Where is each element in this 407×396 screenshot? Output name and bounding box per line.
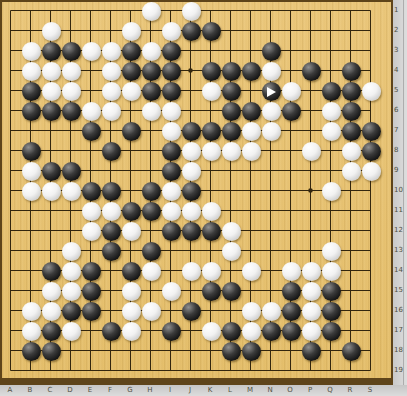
black-stone: [142, 82, 161, 101]
column-label: Q: [325, 386, 335, 395]
row-label: 6: [394, 106, 398, 115]
go-client-window: 12345678910111213141516171819 ABCDEFGHIJ…: [0, 0, 407, 396]
black-stone: [82, 282, 101, 301]
row-label: 7: [394, 126, 398, 135]
black-stone: [342, 122, 361, 141]
black-stone: [202, 122, 221, 141]
black-stone: [362, 122, 381, 141]
black-stone: [202, 62, 221, 81]
black-stone: [22, 102, 41, 121]
black-stone: [102, 222, 121, 241]
black-stone: [222, 322, 241, 341]
column-label: G: [125, 386, 135, 395]
white-stone: [62, 62, 81, 81]
row-label: 14: [394, 266, 403, 275]
white-stone: [262, 302, 281, 321]
row-label: 10: [394, 186, 403, 195]
black-stone: [122, 122, 141, 141]
black-stone: [322, 302, 341, 321]
row-label: 5: [394, 86, 398, 95]
white-stone: [322, 242, 341, 261]
black-stone: [82, 182, 101, 201]
black-stone: [42, 342, 61, 361]
column-label: I: [165, 386, 175, 395]
black-stone: [162, 142, 181, 161]
white-stone: [102, 82, 121, 101]
black-stone: [222, 122, 241, 141]
black-stone: [22, 82, 41, 101]
white-stone: [62, 282, 81, 301]
white-stone: [302, 262, 321, 281]
white-stone: [122, 22, 141, 41]
right-coordinate-margin: [393, 0, 407, 396]
white-stone: [162, 282, 181, 301]
black-stone: [342, 82, 361, 101]
row-label: 16: [394, 306, 403, 315]
row-label: 9: [394, 166, 398, 175]
black-stone: [222, 82, 241, 101]
black-stone: [62, 102, 81, 121]
white-stone: [102, 202, 121, 221]
white-stone: [242, 262, 261, 281]
black-stone: [282, 322, 301, 341]
column-label: J: [185, 386, 195, 395]
row-label: 15: [394, 286, 403, 295]
white-stone: [262, 102, 281, 121]
black-stone: [62, 42, 81, 61]
column-label: N: [265, 386, 275, 395]
black-stone: [102, 242, 121, 261]
black-stone: [322, 322, 341, 341]
black-stone: [282, 282, 301, 301]
row-label: 11: [394, 206, 403, 215]
black-stone: [162, 322, 181, 341]
white-stone: [122, 302, 141, 321]
white-stone: [182, 162, 201, 181]
white-stone: [82, 202, 101, 221]
column-label: P: [305, 386, 315, 395]
black-stone: [42, 42, 61, 61]
black-stone: [22, 342, 41, 361]
white-stone: [302, 302, 321, 321]
white-stone: [82, 222, 101, 241]
white-stone: [162, 202, 181, 221]
white-stone: [42, 82, 61, 101]
column-label: K: [205, 386, 215, 395]
black-stone: [222, 62, 241, 81]
white-stone: [42, 22, 61, 41]
black-stone: [162, 62, 181, 81]
black-stone: [322, 282, 341, 301]
white-stone: [102, 42, 121, 61]
column-label: H: [145, 386, 155, 395]
white-stone: [122, 82, 141, 101]
white-stone: [202, 82, 221, 101]
white-stone: [122, 282, 141, 301]
column-label: S: [365, 386, 375, 395]
white-stone: [322, 122, 341, 141]
black-stone: [162, 42, 181, 61]
white-stone: [302, 142, 321, 161]
row-label: 2: [394, 26, 398, 35]
white-stone: [182, 142, 201, 161]
row-label: 13: [394, 246, 403, 255]
black-stone: [242, 342, 261, 361]
white-stone: [82, 102, 101, 121]
black-stone: [62, 162, 81, 181]
white-stone: [362, 82, 381, 101]
black-stone: [122, 62, 141, 81]
white-stone: [42, 282, 61, 301]
white-stone: [202, 142, 221, 161]
black-stone: [262, 322, 281, 341]
white-stone: [22, 182, 41, 201]
row-label: 18: [394, 346, 403, 355]
black-stone: [302, 342, 321, 361]
white-stone: [362, 162, 381, 181]
white-stone: [282, 262, 301, 281]
black-stone: [22, 142, 41, 161]
white-stone: [202, 202, 221, 221]
white-stone: [62, 182, 81, 201]
black-stone: [82, 302, 101, 321]
white-stone: [242, 302, 261, 321]
black-stone: [162, 222, 181, 241]
black-stone: [222, 282, 241, 301]
black-stone: [42, 162, 61, 181]
white-stone: [282, 82, 301, 101]
black-stone: [142, 182, 161, 201]
black-stone: [342, 342, 361, 361]
white-stone: [142, 42, 161, 61]
white-stone: [62, 262, 81, 281]
black-stone: [182, 222, 201, 241]
black-stone: [102, 182, 121, 201]
black-stone: [222, 342, 241, 361]
white-stone: [302, 322, 321, 341]
white-stone: [262, 122, 281, 141]
white-stone: [322, 102, 341, 121]
white-stone: [322, 262, 341, 281]
black-stone: [202, 22, 221, 41]
white-stone: [222, 142, 241, 161]
white-stone: [142, 302, 161, 321]
white-stone: [122, 222, 141, 241]
white-stone: [142, 2, 161, 21]
white-stone: [342, 162, 361, 181]
window-edge: [403, 0, 404, 396]
black-stone: [182, 122, 201, 141]
black-stone: [342, 62, 361, 81]
column-label: A: [5, 386, 15, 395]
black-stone: [182, 22, 201, 41]
white-stone: [222, 242, 241, 261]
white-stone: [162, 122, 181, 141]
white-stone: [242, 142, 261, 161]
black-stone: [42, 102, 61, 121]
column-label: B: [25, 386, 35, 395]
white-stone: [22, 42, 41, 61]
white-stone: [42, 302, 61, 321]
black-stone: [142, 202, 161, 221]
white-stone: [182, 262, 201, 281]
black-stone: [122, 202, 141, 221]
black-stone: [242, 102, 261, 121]
white-stone: [202, 322, 221, 341]
white-stone: [102, 102, 121, 121]
black-stone: [42, 322, 61, 341]
black-stone: [202, 222, 221, 241]
black-stone: [242, 62, 261, 81]
white-stone: [22, 302, 41, 321]
last-move-triangle-marker: [267, 87, 276, 97]
black-stone: [282, 302, 301, 321]
black-stone: [202, 282, 221, 301]
column-label: E: [85, 386, 95, 395]
white-stone: [222, 222, 241, 241]
black-stone: [82, 122, 101, 141]
row-label: 3: [394, 46, 398, 55]
white-stone: [242, 122, 261, 141]
column-label: R: [345, 386, 355, 395]
row-label: 17: [394, 326, 403, 335]
white-stone: [182, 202, 201, 221]
white-stone: [322, 182, 341, 201]
column-label: L: [225, 386, 235, 395]
white-stone: [302, 282, 321, 301]
white-stone: [242, 322, 261, 341]
column-label: F: [105, 386, 115, 395]
white-stone: [182, 2, 201, 21]
row-label: 8: [394, 146, 398, 155]
black-stone: [362, 142, 381, 161]
white-stone: [62, 82, 81, 101]
white-stone: [162, 22, 181, 41]
black-stone: [182, 302, 201, 321]
white-stone: [122, 322, 141, 341]
white-stone: [22, 62, 41, 81]
white-stone: [42, 62, 61, 81]
black-stone: [182, 182, 201, 201]
white-stone: [142, 262, 161, 281]
column-label: M: [245, 386, 255, 395]
black-stone: [82, 262, 101, 281]
black-stone: [282, 102, 301, 121]
row-label: 4: [394, 66, 398, 75]
white-stone: [82, 42, 101, 61]
black-stone: [262, 42, 281, 61]
black-stone: [162, 162, 181, 181]
white-stone: [62, 242, 81, 261]
white-stone: [142, 102, 161, 121]
black-stone: [122, 262, 141, 281]
black-stone: [102, 322, 121, 341]
row-label: 12: [394, 226, 403, 235]
black-stone: [222, 102, 241, 121]
row-label: 19: [394, 366, 403, 375]
black-stone: [142, 62, 161, 81]
black-stone: [142, 242, 161, 261]
column-label: O: [285, 386, 295, 395]
white-stone: [102, 62, 121, 81]
white-stone: [22, 162, 41, 181]
black-stone: [62, 302, 81, 321]
column-label: D: [65, 386, 75, 395]
black-stone: [122, 42, 141, 61]
black-stone: [342, 102, 361, 121]
black-stone: [302, 62, 321, 81]
white-stone: [262, 62, 281, 81]
black-stone: [262, 82, 281, 101]
white-stone: [162, 182, 181, 201]
white-stone: [22, 322, 41, 341]
white-stone: [162, 102, 181, 121]
black-stone: [322, 82, 341, 101]
white-stone: [42, 182, 61, 201]
white-stone: [202, 262, 221, 281]
white-stone: [342, 142, 361, 161]
black-stone: [162, 82, 181, 101]
black-stone: [102, 142, 121, 161]
row-label: 1: [394, 6, 398, 15]
white-stone: [62, 322, 81, 341]
column-label: C: [45, 386, 55, 395]
black-stone: [42, 262, 61, 281]
